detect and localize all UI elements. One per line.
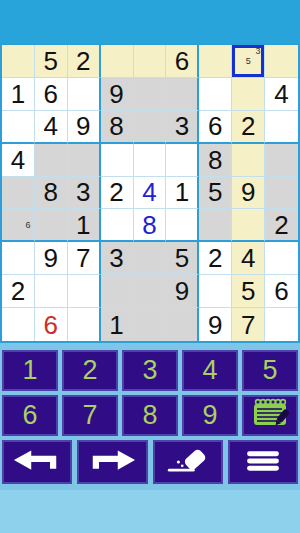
cell-r8c2[interactable]: [35, 275, 68, 308]
undo-button[interactable]: [2, 440, 72, 484]
cell-digit: 6: [44, 312, 58, 338]
cell-r8c7[interactable]: [199, 275, 232, 308]
cell-r6c6[interactable]: [166, 209, 199, 242]
cell-r1c6[interactable]: 6: [166, 45, 199, 78]
cell-r9c6[interactable]: [166, 308, 199, 341]
cell-r5c6[interactable]: 1: [166, 177, 199, 210]
cell-r6c9[interactable]: 2: [265, 209, 298, 242]
cell-digit: 2: [241, 113, 255, 139]
cell-digit: 1: [11, 81, 25, 107]
cell-r9c9[interactable]: [265, 308, 298, 341]
cell-r3c2[interactable]: 4: [35, 111, 68, 144]
cell-r5c2[interactable]: 8: [35, 177, 68, 210]
cell-digit: 8: [142, 212, 156, 238]
cell-r6c7[interactable]: [199, 209, 232, 242]
notes-notepad-icon: [251, 396, 289, 435]
keypad-button-3[interactable]: 3: [122, 350, 178, 391]
menu-button[interactable]: [228, 440, 298, 484]
cell-r4c8[interactable]: [232, 144, 265, 177]
cell-r4c5[interactable]: [134, 144, 167, 177]
cell-r8c5[interactable]: [134, 275, 167, 308]
cell-digit: 4: [274, 81, 288, 107]
cell-r7c6[interactable]: 5: [166, 242, 199, 275]
cell-r9c8[interactable]: 7: [232, 308, 265, 341]
cell-r3c9[interactable]: [265, 111, 298, 144]
cell-digit: 6: [274, 278, 288, 304]
sudoku-board: 5263516944983624883241596182973524295661…: [0, 43, 300, 343]
cell-r4c6[interactable]: [166, 144, 199, 177]
cell-r9c1[interactable]: [2, 308, 35, 341]
cell-r3c4[interactable]: 8: [101, 111, 134, 144]
cell-digit: 8: [44, 179, 58, 205]
cell-r8c4[interactable]: [101, 275, 134, 308]
cell-r7c2[interactable]: 9: [35, 242, 68, 275]
cell-r8c1[interactable]: 2: [2, 275, 35, 308]
cell-r2c5[interactable]: [134, 78, 167, 111]
cell-digit: 4: [142, 179, 156, 205]
cell-digit: 2: [208, 245, 222, 271]
cell-digit: 4: [11, 147, 25, 173]
cell-digit: 9: [241, 179, 255, 205]
cell-r3c8[interactable]: 2: [232, 111, 265, 144]
cell-r4c3[interactable]: [68, 144, 101, 177]
cell-digit: 8: [208, 147, 222, 173]
cell-r6c3[interactable]: 1: [68, 209, 101, 242]
cell-digit: 1: [76, 212, 90, 238]
cell-digit: 3: [175, 113, 189, 139]
cell-r9c7[interactable]: 9: [199, 308, 232, 341]
cell-r2c6[interactable]: [166, 78, 199, 111]
cell-r4c9[interactable]: [265, 144, 298, 177]
header-bar: [0, 0, 300, 43]
cell-r5c7[interactable]: 5: [199, 177, 232, 210]
cell-digit: 2: [76, 48, 90, 74]
cell-r2c7[interactable]: [199, 78, 232, 111]
cell-r7c4[interactable]: 3: [101, 242, 134, 275]
keypad-button-7[interactable]: 7: [62, 395, 118, 436]
cell-r8c8[interactable]: 5: [232, 275, 265, 308]
cell-digit: 3: [109, 245, 123, 271]
cell-r6c8[interactable]: [232, 209, 265, 242]
cell-digit: 9: [76, 113, 90, 139]
cell-digit: 3: [76, 179, 90, 205]
keypad-button-1[interactable]: 1: [2, 350, 58, 391]
keypad-button-2[interactable]: 2: [62, 350, 118, 391]
cell-r1c5[interactable]: [134, 45, 167, 78]
cell-digit: 9: [44, 245, 58, 271]
keypad-button-5[interactable]: 5: [242, 350, 298, 391]
cell-r6c4[interactable]: [101, 209, 134, 242]
cell-digit: 5: [241, 278, 255, 304]
cell-digit: 9: [109, 81, 123, 107]
cell-digit: 1: [109, 312, 123, 338]
cell-r4c7[interactable]: 8: [199, 144, 232, 177]
cell-r9c2[interactable]: 6: [35, 308, 68, 341]
cell-digit: 2: [274, 212, 288, 238]
cell-r6c1[interactable]: 6: [2, 209, 35, 242]
cell-digit: 2: [109, 179, 123, 205]
cell-r6c5[interactable]: 8: [134, 209, 167, 242]
cell-r2c3[interactable]: [68, 78, 101, 111]
cell-digit: 9: [175, 278, 189, 304]
cell-r9c4[interactable]: 1: [101, 308, 134, 341]
cell-digit: 4: [44, 113, 58, 139]
cell-digit: 6: [175, 48, 189, 74]
cell-r4c2[interactable]: [35, 144, 68, 177]
cell-r2c1[interactable]: 1: [2, 78, 35, 111]
cell-digit: 4: [241, 245, 255, 271]
cell-r8c9[interactable]: 6: [265, 275, 298, 308]
hamburger-menu-icon: [240, 447, 286, 478]
cell-r7c7[interactable]: 2: [199, 242, 232, 275]
cell-digit: 2: [11, 278, 25, 304]
cell-digit: 6: [44, 81, 58, 107]
cell-digit: 5: [175, 245, 189, 271]
cell-digit: 6: [208, 113, 222, 139]
cell-r1c8[interactable]: 35: [232, 45, 265, 78]
pencil-marks: 35: [233, 46, 263, 76]
notes-button[interactable]: [242, 395, 298, 436]
cell-r3c3[interactable]: 9: [68, 111, 101, 144]
erase-button[interactable]: [153, 440, 223, 484]
redo-button[interactable]: [77, 440, 147, 484]
cell-r9c3[interactable]: [68, 308, 101, 341]
cell-r4c1[interactable]: 4: [2, 144, 35, 177]
undo-arrow-icon: [12, 448, 62, 477]
cell-digit: 8: [109, 113, 123, 139]
cell-r7c8[interactable]: 4: [232, 242, 265, 275]
cell-r2c2[interactable]: 6: [35, 78, 68, 111]
eraser-icon: [163, 446, 213, 479]
cell-r8c6[interactable]: 9: [166, 275, 199, 308]
cell-r1c9[interactable]: [265, 45, 298, 78]
pencil-marks: 6: [3, 210, 33, 239]
cell-r7c5[interactable]: [134, 242, 167, 275]
cell-r1c3[interactable]: 2: [68, 45, 101, 78]
cell-r3c1[interactable]: [2, 111, 35, 144]
cell-r6c2[interactable]: [35, 209, 68, 242]
cell-r1c2[interactable]: 5: [35, 45, 68, 78]
cell-r5c4[interactable]: 2: [101, 177, 134, 210]
cell-r7c3[interactable]: 7: [68, 242, 101, 275]
number-keypad: 1 2 3 4 5 6 7 8 9: [2, 350, 298, 436]
cell-r5c3[interactable]: 3: [68, 177, 101, 210]
cell-r1c4[interactable]: [101, 45, 134, 78]
cell-r5c8[interactable]: 9: [232, 177, 265, 210]
cell-digit: 7: [76, 245, 90, 271]
keypad-button-6[interactable]: 6: [2, 395, 58, 436]
cell-r3c6[interactable]: 3: [166, 111, 199, 144]
cell-digit: 9: [208, 312, 222, 338]
cell-r2c8[interactable]: [232, 78, 265, 111]
cell-r5c1[interactable]: [2, 177, 35, 210]
cell-r5c5[interactable]: 4: [134, 177, 167, 210]
cell-r7c1[interactable]: [2, 242, 35, 275]
keypad-button-9[interactable]: 9: [182, 395, 238, 436]
cell-r9c5[interactable]: [134, 308, 167, 341]
cell-r1c1[interactable]: [2, 45, 35, 78]
cell-r2c9[interactable]: 4: [265, 78, 298, 111]
cell-r3c7[interactable]: 6: [199, 111, 232, 144]
cell-digit: 7: [241, 312, 255, 338]
cell-r1c7[interactable]: [199, 45, 232, 78]
cell-digit: 1: [175, 179, 189, 205]
keypad-button-4[interactable]: 4: [182, 350, 238, 391]
cell-r2c4[interactable]: 9: [101, 78, 134, 111]
cell-r7c9[interactable]: [265, 242, 298, 275]
cell-r5c9[interactable]: [265, 177, 298, 210]
cell-r4c4[interactable]: [101, 144, 134, 177]
cell-digit: 5: [44, 48, 58, 74]
cell-r8c3[interactable]: [68, 275, 101, 308]
redo-arrow-icon: [87, 448, 137, 477]
bottom-toolbar: [2, 440, 298, 484]
control-panel: 1 2 3 4 5 6 7 8 9: [0, 343, 300, 490]
cell-digit: 5: [208, 179, 222, 205]
cell-r3c5[interactable]: [134, 111, 167, 144]
keypad-button-8[interactable]: 8: [122, 395, 178, 436]
